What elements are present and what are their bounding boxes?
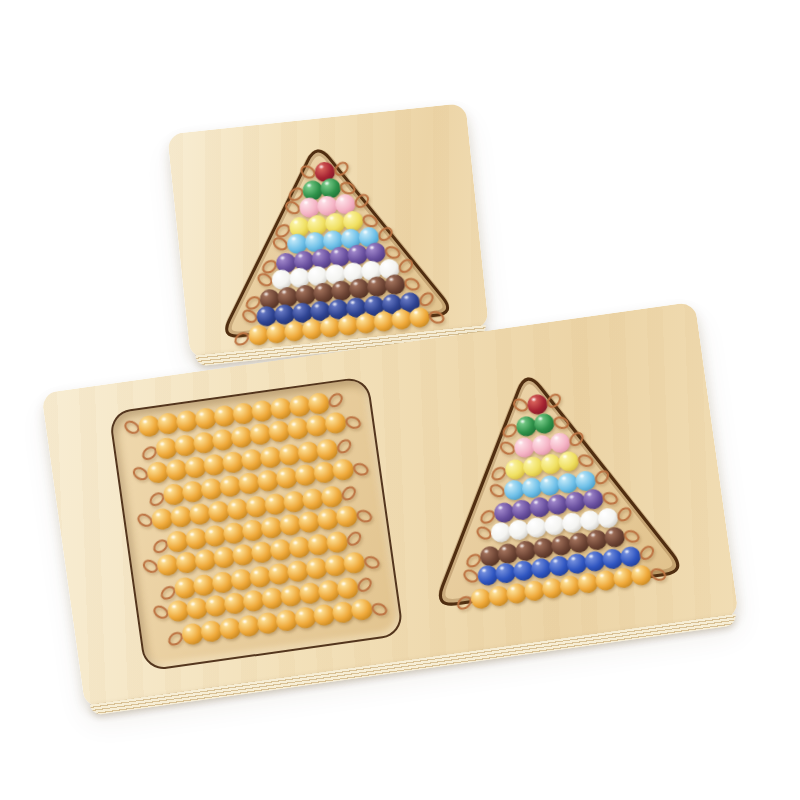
wire-loop — [601, 490, 620, 507]
wire-loop — [355, 507, 374, 524]
golden-hundred-square — [111, 378, 402, 669]
wire-loop — [552, 415, 571, 432]
wire-loop — [427, 308, 446, 325]
bead-yellow — [557, 450, 580, 473]
large-rect-board — [41, 302, 739, 709]
large-board-triangle-recess — [392, 334, 701, 624]
bead-golden — [325, 531, 349, 555]
wire-loop — [344, 414, 363, 431]
wire-loop — [622, 528, 641, 545]
bead-golden — [331, 458, 355, 482]
bead-golden — [320, 485, 344, 509]
bead-golden — [315, 438, 339, 462]
bead-stair-bottom — [392, 334, 701, 624]
square-recess — [108, 376, 404, 672]
wire-loop — [362, 553, 381, 570]
large-board-wood-face — [41, 302, 739, 709]
small-square-tray — [167, 103, 489, 359]
small-tray-wood-face — [167, 103, 489, 359]
wire-loop — [576, 452, 595, 469]
bead-golden — [342, 551, 366, 575]
bead-golden — [335, 505, 359, 529]
bead-brown — [603, 526, 626, 549]
small-tray-triangle-recess — [190, 117, 469, 353]
bead-golden — [307, 392, 331, 416]
bead-golden — [336, 577, 360, 601]
bead-golden — [630, 564, 653, 587]
bead-golden — [350, 597, 374, 621]
wire-loop — [615, 505, 635, 525]
bead-green — [533, 413, 556, 436]
product-photo-stage — [0, 0, 800, 800]
bead-golden — [324, 411, 348, 435]
bead-stair-top — [190, 117, 469, 353]
wire-loop — [649, 566, 668, 583]
wire-loop — [351, 460, 370, 477]
bead-golden — [408, 306, 430, 328]
wire-loop — [370, 600, 389, 617]
bead-purple — [582, 488, 605, 511]
